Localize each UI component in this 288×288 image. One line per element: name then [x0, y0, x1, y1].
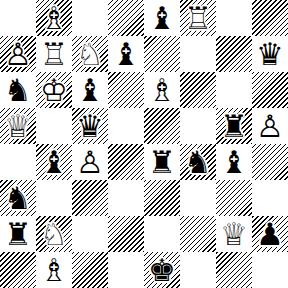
square-f4[interactable]: ♞♞ — [180, 144, 216, 180]
square-d3[interactable] — [108, 180, 144, 216]
square-h5[interactable]: ♟♙ — [252, 108, 288, 144]
black-bishop-icon: ♝ — [36, 144, 72, 180]
white-rook-icon: ♖ — [180, 0, 216, 36]
square-f8[interactable]: ♜♖ — [180, 0, 216, 36]
square-e7[interactable] — [144, 36, 180, 72]
black-bishop-icon: ♝ — [108, 36, 144, 72]
black-knight-icon: ♞ — [0, 180, 36, 216]
square-b5[interactable] — [36, 108, 72, 144]
square-g6[interactable] — [216, 72, 252, 108]
square-e5[interactable] — [144, 108, 180, 144]
white-knight-icon: ♘ — [36, 216, 72, 252]
square-f7[interactable] — [180, 36, 216, 72]
black-rook-icon: ♜ — [0, 216, 36, 252]
black-bishop-icon: ♝ — [72, 72, 108, 108]
square-g5[interactable]: ♜♜ — [216, 108, 252, 144]
black-knight-icon: ♞ — [0, 72, 36, 108]
square-f6[interactable] — [180, 72, 216, 108]
square-f3[interactable] — [180, 180, 216, 216]
square-g1[interactable] — [216, 252, 252, 288]
white-knight-icon: ♘ — [72, 36, 108, 72]
square-d7[interactable]: ♝♝ — [108, 36, 144, 72]
white-bishop-icon: ♗ — [144, 72, 180, 108]
square-g8[interactable] — [216, 0, 252, 36]
square-g3[interactable] — [216, 180, 252, 216]
square-h2[interactable]: ♟♟ — [252, 216, 288, 252]
white-pawn-icon: ♙ — [72, 144, 108, 180]
black-knight-icon: ♞ — [180, 144, 216, 180]
white-rook-icon: ♖ — [36, 36, 72, 72]
square-b8[interactable]: ♝♗ — [36, 0, 72, 36]
square-e4[interactable]: ♜♜ — [144, 144, 180, 180]
square-b3[interactable] — [36, 180, 72, 216]
square-a6[interactable]: ♞♞ — [0, 72, 36, 108]
square-a7[interactable]: ♟♙ — [0, 36, 36, 72]
square-h6[interactable] — [252, 72, 288, 108]
square-b7[interactable]: ♜♖ — [36, 36, 72, 72]
square-a2[interactable]: ♜♜ — [0, 216, 36, 252]
square-d8[interactable] — [108, 0, 144, 36]
black-king-icon: ♚ — [144, 252, 180, 288]
white-queen-icon: ♕ — [0, 108, 36, 144]
square-a3[interactable]: ♞♞ — [0, 180, 36, 216]
square-f1[interactable] — [180, 252, 216, 288]
square-h4[interactable] — [252, 144, 288, 180]
square-c3[interactable] — [72, 180, 108, 216]
white-queen-icon: ♕ — [216, 216, 252, 252]
square-a5[interactable]: ♛♕ — [0, 108, 36, 144]
square-c1[interactable] — [72, 252, 108, 288]
square-h8[interactable] — [252, 0, 288, 36]
square-b6[interactable]: ♚♔ — [36, 72, 72, 108]
square-d6[interactable] — [108, 72, 144, 108]
square-e8[interactable]: ♝♝ — [144, 0, 180, 36]
square-d5[interactable] — [108, 108, 144, 144]
square-a4[interactable] — [0, 144, 36, 180]
square-f2[interactable] — [180, 216, 216, 252]
square-g2[interactable]: ♛♕ — [216, 216, 252, 252]
square-b2[interactable]: ♞♘ — [36, 216, 72, 252]
square-b1[interactable]: ♝♗ — [36, 252, 72, 288]
square-g4[interactable]: ♝♝ — [216, 144, 252, 180]
square-a1[interactable] — [0, 252, 36, 288]
square-h1[interactable] — [252, 252, 288, 288]
square-h7[interactable]: ♛♛ — [252, 36, 288, 72]
black-pawn-icon: ♟ — [252, 216, 288, 252]
black-bishop-icon: ♝ — [216, 144, 252, 180]
square-e6[interactable]: ♝♗ — [144, 72, 180, 108]
square-g7[interactable] — [216, 36, 252, 72]
square-f5[interactable] — [180, 108, 216, 144]
square-c6[interactable]: ♝♝ — [72, 72, 108, 108]
square-d4[interactable] — [108, 144, 144, 180]
black-bishop-icon: ♝ — [144, 0, 180, 36]
white-bishop-icon: ♗ — [36, 252, 72, 288]
white-bishop-icon: ♗ — [36, 0, 72, 36]
square-h3[interactable] — [252, 180, 288, 216]
chess-board: ♝♗♝♝♜♖♟♙♜♖♞♘♝♝♛♛♞♞♚♔♝♝♝♗♛♕♛♛♜♜♟♙♝♝♟♙♜♜♞♞… — [0, 0, 288, 288]
white-pawn-icon: ♙ — [252, 108, 288, 144]
white-pawn-icon: ♙ — [0, 36, 36, 72]
square-d2[interactable] — [108, 216, 144, 252]
square-b4[interactable]: ♝♝ — [36, 144, 72, 180]
square-c5[interactable]: ♛♛ — [72, 108, 108, 144]
square-a8[interactable] — [0, 0, 36, 36]
black-queen-icon: ♛ — [252, 36, 288, 72]
square-c7[interactable]: ♞♘ — [72, 36, 108, 72]
square-c8[interactable] — [72, 0, 108, 36]
square-c4[interactable]: ♟♙ — [72, 144, 108, 180]
square-e3[interactable] — [144, 180, 180, 216]
black-rook-icon: ♜ — [144, 144, 180, 180]
black-rook-icon: ♜ — [216, 108, 252, 144]
black-queen-icon: ♛ — [72, 108, 108, 144]
square-c2[interactable] — [72, 216, 108, 252]
square-e1[interactable]: ♚♚ — [144, 252, 180, 288]
white-king-icon: ♔ — [36, 72, 72, 108]
square-d1[interactable] — [108, 252, 144, 288]
square-e2[interactable] — [144, 216, 180, 252]
